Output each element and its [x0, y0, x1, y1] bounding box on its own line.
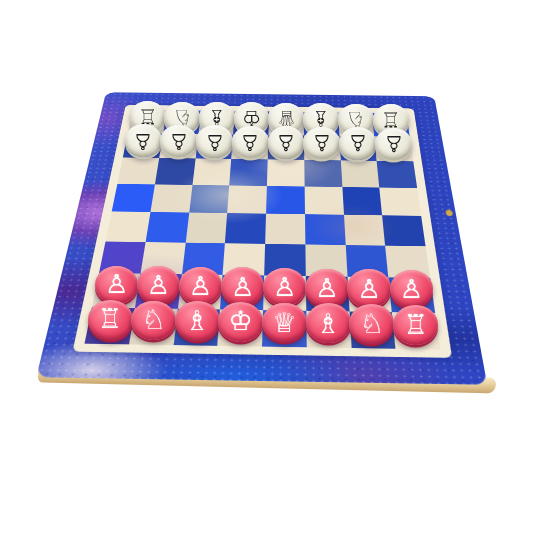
pawn-icon: ♙ — [231, 274, 254, 300]
pawn-icon: ♙ — [273, 274, 296, 300]
pawn-icon: ♙ — [169, 130, 189, 152]
piece-cream-pawn[interactable]: ♙ — [375, 128, 412, 161]
pawn-icon: ♙ — [312, 132, 332, 154]
square-c6[interactable] — [192, 158, 231, 185]
square-a4[interactable] — [106, 211, 151, 241]
pawn-icon: ♙ — [189, 273, 212, 299]
square-a5[interactable] — [112, 184, 155, 212]
pawn-icon: ♙ — [276, 132, 296, 154]
square-c4[interactable] — [185, 213, 227, 243]
queen-icon: ♕ — [272, 309, 296, 336]
square-d6[interactable] — [229, 159, 267, 186]
piece-pink-pawn[interactable]: ♙ — [95, 266, 138, 304]
piece-pink-pawn[interactable]: ♙ — [305, 269, 349, 307]
square-d4[interactable] — [225, 213, 266, 243]
square-f4[interactable] — [305, 214, 345, 244]
pawn-icon: ♙ — [205, 131, 225, 153]
piece-cream-pawn[interactable]: ♙ — [125, 124, 162, 156]
square-a6[interactable] — [117, 157, 159, 184]
square-f5[interactable] — [304, 186, 343, 215]
piece-pink-bishop[interactable]: ♗ — [175, 301, 220, 341]
pawn-icon: ♙ — [384, 133, 404, 155]
king-icon: ♔ — [229, 308, 253, 335]
piece-pink-knight[interactable]: ♘ — [131, 301, 176, 341]
square-g6[interactable] — [340, 160, 379, 187]
piece-pink-rook[interactable]: ♖ — [393, 305, 438, 345]
square-h6[interactable] — [377, 161, 417, 188]
piece-cream-pawn[interactable]: ♙ — [232, 126, 269, 158]
square-e5[interactable] — [266, 186, 305, 215]
rook-icon: ♖ — [404, 311, 428, 338]
piece-cream-pawn[interactable]: ♙ — [196, 125, 233, 157]
square-c5[interactable] — [189, 185, 230, 213]
square-b6[interactable] — [155, 158, 195, 185]
photo-canvas: ♖♘♗♔♕♗♘♖♙♙♙♙♙♙♙♙♙♙♙♙♙♙♙♙♖♘♗♔♕♗♘♖ — [0, 0, 533, 533]
square-d5[interactable] — [227, 185, 267, 213]
pawn-icon: ♙ — [147, 272, 170, 298]
piece-pink-pawn[interactable]: ♙ — [221, 267, 264, 305]
piece-pink-pawn[interactable]: ♙ — [179, 267, 222, 305]
square-f6[interactable] — [304, 160, 342, 187]
square-b5[interactable] — [150, 184, 192, 212]
piece-pink-bishop[interactable]: ♗ — [306, 303, 351, 343]
piece-cream-pawn[interactable]: ♙ — [339, 127, 376, 160]
pawn-icon: ♙ — [348, 132, 368, 154]
square-b4[interactable] — [145, 212, 188, 242]
piece-pink-pawn[interactable]: ♙ — [347, 269, 391, 307]
pawn-icon: ♙ — [315, 275, 338, 301]
square-e4[interactable] — [265, 214, 305, 244]
square-g5[interactable] — [342, 187, 382, 216]
pawn-icon: ♙ — [105, 272, 128, 298]
pawn-icon: ♙ — [357, 276, 380, 302]
square-g4[interactable] — [344, 215, 386, 246]
piece-pink-king[interactable]: ♔ — [218, 302, 263, 342]
square-e6[interactable] — [267, 159, 304, 186]
pawn-icon: ♙ — [400, 276, 423, 302]
pawn-icon: ♙ — [133, 130, 153, 152]
knight-icon: ♘ — [141, 307, 165, 334]
square-h5[interactable] — [379, 187, 421, 216]
knight-icon: ♘ — [360, 310, 384, 337]
piece-cream-pawn[interactable]: ♙ — [268, 126, 305, 159]
pawn-icon: ♙ — [240, 131, 260, 153]
paint-chip — [445, 209, 453, 216]
bishop-icon: ♗ — [316, 310, 340, 337]
piece-pink-queen[interactable]: ♕ — [262, 303, 307, 343]
square-h4[interactable] — [382, 215, 425, 246]
rook-icon: ♖ — [98, 306, 122, 333]
piece-pink-knight[interactable]: ♘ — [349, 304, 394, 344]
bishop-icon: ♗ — [185, 308, 209, 335]
piece-pink-rook[interactable]: ♖ — [88, 300, 133, 340]
